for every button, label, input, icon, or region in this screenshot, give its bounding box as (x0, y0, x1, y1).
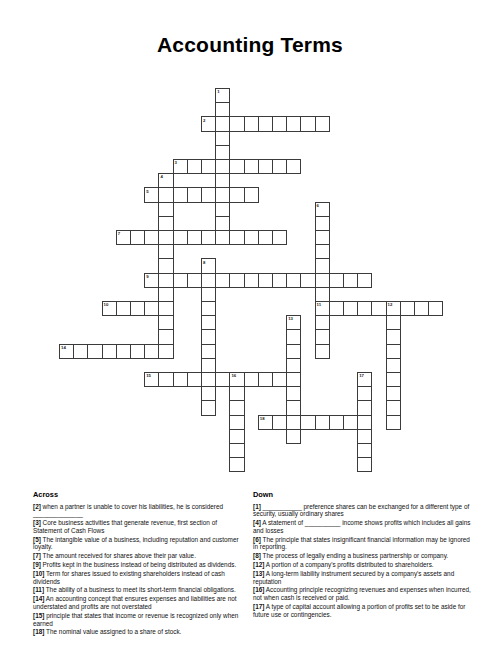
grid-cell-r13c13[interactable] (244, 273, 259, 288)
grid-cell-r23c21[interactable] (357, 415, 372, 430)
grid-cell-r23c18[interactable] (315, 415, 330, 430)
grid-cell-r5c16[interactable] (286, 159, 301, 174)
clue-across-10: [10] Term for shares issued to existing … (33, 570, 246, 586)
grid-cell-r10c5[interactable] (130, 230, 145, 245)
cell-number-10: 10 (104, 302, 109, 307)
grid-cell-r15c25[interactable] (414, 301, 429, 316)
clue-number-label: [7] (33, 552, 41, 559)
grid-cell-r18c18[interactable] (315, 344, 330, 359)
down-clue-list: [1] ___________ preference shares can be… (253, 503, 472, 619)
grid-cell-r7c9[interactable] (187, 187, 202, 202)
cell-number-17: 17 (359, 373, 364, 378)
clue-down-16: [16] Accounting principle recognizing re… (253, 586, 472, 602)
grid-cell-r3c11[interactable] (215, 131, 230, 146)
grid-cell-r21c12[interactable] (229, 386, 244, 401)
cell-number-12: 12 (388, 302, 393, 307)
clue-number-label: [17] (253, 603, 264, 610)
grid-cell-r18c2[interactable] (87, 344, 102, 359)
grid-cell-r20c7[interactable] (158, 372, 173, 387)
grid-cell-r22c21[interactable] (357, 400, 372, 415)
grid-cell-r5c14[interactable] (258, 159, 273, 174)
grid-cell-r11c18[interactable] (315, 244, 330, 259)
cell-number-6: 6 (317, 203, 319, 208)
grid-cell-r23c12[interactable] (229, 415, 244, 430)
grid-cell-r20c6[interactable]: 15 (144, 372, 159, 387)
grid-cell-r19c16[interactable] (286, 358, 301, 373)
grid-cell-r20c8[interactable] (173, 372, 188, 387)
cell-number-1: 1 (217, 89, 219, 94)
grid-cell-r13c16[interactable] (286, 273, 301, 288)
grid-cell-r7c7[interactable] (158, 187, 173, 202)
grid-cell-r21c16[interactable] (286, 386, 301, 401)
grid-cell-r23c16[interactable] (286, 415, 301, 430)
clue-number-label: [11] (33, 586, 44, 593)
grid-cell-r13c18[interactable] (315, 273, 330, 288)
grid-cell-r12c7[interactable] (158, 258, 173, 273)
grid-cell-r23c14[interactable]: 18 (258, 415, 273, 430)
grid-cell-r21c21[interactable] (357, 386, 372, 401)
grid-cell-r10c10[interactable] (201, 230, 216, 245)
grid-cell-r12c18[interactable] (315, 258, 330, 273)
grid-cell-r13c12[interactable] (229, 273, 244, 288)
grid-cell-r14c18[interactable] (315, 287, 330, 302)
grid-cell-r15c24[interactable] (400, 301, 415, 316)
grid-cell-r4c11[interactable] (215, 145, 230, 160)
grid-cell-r5c9[interactable] (187, 159, 202, 174)
grid-cell-r2c11[interactable] (215, 116, 230, 131)
grid-cell-r2c15[interactable] (272, 116, 287, 131)
grid-cell-r7c6[interactable]: 5 (144, 187, 159, 202)
grid-cell-r21c23[interactable] (386, 386, 401, 401)
clue-across-5: [5] The intangible value of a business, … (33, 536, 246, 552)
grid-cell-r17c10[interactable] (201, 329, 216, 344)
grid-cell-r7c8[interactable] (173, 187, 188, 202)
grid-cell-r23c19[interactable] (329, 415, 344, 430)
clue-number-label: [15] (33, 612, 44, 619)
clue-across-14: [14] An accounting concept that ensures … (33, 595, 246, 611)
grid-cell-r15c26[interactable] (428, 301, 443, 316)
grid-cell-r24c21[interactable] (357, 429, 372, 444)
grid-cell-r16c7[interactable] (158, 315, 173, 330)
grid-cell-r18c6[interactable] (144, 344, 159, 359)
grid-cell-r13c10[interactable] (201, 273, 216, 288)
grid-cell-r22c12[interactable] (229, 400, 244, 415)
grid-cell-r0c11[interactable]: 1 (215, 88, 230, 103)
grid-cell-r10c13[interactable] (244, 230, 259, 245)
grid-cell-r20c13[interactable] (244, 372, 259, 387)
grid-cell-r15c18[interactable]: 11 (315, 301, 330, 316)
clue-number-label: [3] (33, 519, 41, 526)
grid-cell-r15c23[interactable]: 12 (386, 301, 401, 316)
grid-cell-r15c4[interactable] (116, 301, 131, 316)
clue-number-label: [16] (253, 586, 264, 593)
cell-number-15: 15 (146, 373, 151, 378)
clue-number-label: [10] (33, 570, 44, 577)
grid-cell-r13c15[interactable] (272, 273, 287, 288)
clue-down-17: [17] A type of capital account allowing … (253, 603, 472, 619)
clue-across-15: [15] principle that states that income o… (33, 612, 246, 628)
grid-cell-r20c12[interactable]: 16 (229, 372, 244, 387)
grid-cell-r2c18[interactable] (315, 116, 330, 131)
grid-cell-r15c5[interactable] (130, 301, 145, 316)
grid-cell-r5c8[interactable]: 3 (173, 159, 188, 174)
across-clues-section: Across [2] when a partner is unable to c… (33, 490, 246, 637)
grid-cell-r12c10[interactable]: 8 (201, 258, 216, 273)
grid-cell-r23c23[interactable] (386, 415, 401, 430)
grid-cell-r10c7[interactable] (158, 230, 173, 245)
cell-number-13: 13 (288, 316, 293, 321)
grid-cell-r17c16[interactable] (286, 329, 301, 344)
grid-cell-r25c21[interactable] (357, 443, 372, 458)
grid-cell-r20c10[interactable] (201, 372, 216, 387)
grid-cell-r23c15[interactable] (272, 415, 287, 430)
grid-cell-r16c23[interactable] (386, 315, 401, 330)
grid-cell-r13c8[interactable] (173, 273, 188, 288)
grid-cell-r2c13[interactable] (244, 116, 259, 131)
grid-cell-r13c14[interactable] (258, 273, 273, 288)
clue-down-4: [4] A statement of __________ income sho… (253, 519, 472, 535)
clue-number-label: [6] (253, 536, 261, 543)
grid-cell-r18c23[interactable] (386, 344, 401, 359)
grid-cell-r26c21[interactable] (357, 457, 372, 472)
clue-number-label: [18] (33, 628, 44, 635)
grid-cell-r18c4[interactable] (116, 344, 131, 359)
grid-cell-r7c10[interactable] (201, 187, 216, 202)
cell-number-5: 5 (146, 189, 148, 194)
grid-cell-r2c12[interactable] (229, 116, 244, 131)
grid-cell-r9c11[interactable] (215, 216, 230, 231)
clue-number-label: [5] (33, 536, 41, 543)
grid-cell-r8c11[interactable] (215, 202, 230, 217)
clue-number-label: [1] (253, 503, 261, 510)
clue-down-8: [8] The process of legally ending a busi… (253, 552, 472, 560)
clue-across-18: [18] The nominal value assigned to a sha… (33, 628, 246, 636)
grid-cell-r5c12[interactable] (229, 159, 244, 174)
grid-cell-r17c18[interactable] (315, 329, 330, 344)
clue-down-6: [6] The principle that states insignific… (253, 536, 472, 552)
grid-cell-r2c10[interactable]: 2 (201, 116, 216, 131)
clue-across-9: [9] Profits kept in the business instead… (33, 561, 246, 569)
clue-number-label: [14] (33, 595, 44, 602)
grid-cell-r18c10[interactable] (201, 344, 216, 359)
grid-cell-r25c12[interactable] (229, 443, 244, 458)
grid-cell-r5c13[interactable] (244, 159, 259, 174)
grid-cell-r2c17[interactable] (300, 116, 315, 131)
clue-number-label: [8] (253, 552, 261, 559)
grid-cell-r10c18[interactable] (315, 230, 330, 245)
cell-number-2: 2 (203, 118, 205, 123)
clue-number-label: [9] (33, 561, 41, 568)
clue-number-label: [12] (253, 561, 264, 568)
grid-cell-r2c16[interactable] (286, 116, 301, 131)
clue-number-label: [2] (33, 503, 41, 510)
grid-cell-r18c0[interactable]: 14 (59, 344, 74, 359)
grid-cell-r23c17[interactable] (300, 415, 315, 430)
grid-cell-r5c11[interactable] (215, 159, 230, 174)
grid-cell-r17c23[interactable] (386, 329, 401, 344)
grid-cell-r9c7[interactable] (158, 216, 173, 231)
grid-cell-r22c10[interactable] (201, 400, 216, 415)
grid-cell-r19c10[interactable] (201, 358, 216, 373)
grid-cell-r20c15[interactable] (272, 372, 287, 387)
cell-number-16: 16 (231, 373, 236, 378)
grid-cell-r11c7[interactable] (158, 244, 173, 259)
grid-cell-r10c11[interactable] (215, 230, 230, 245)
across-clue-list: [2] when a partner is unable to cover hi… (33, 503, 246, 637)
grid-cell-r20c11[interactable] (215, 372, 230, 387)
cell-number-11: 11 (317, 302, 322, 307)
grid-cell-r15c20[interactable] (343, 301, 358, 316)
grid-cell-r10c8[interactable] (173, 230, 188, 245)
grid-cell-r22c23[interactable] (386, 400, 401, 415)
cell-number-14: 14 (61, 345, 66, 350)
grid-cell-r13c20[interactable] (343, 273, 358, 288)
grid-cell-r15c22[interactable] (371, 301, 386, 316)
grid-cell-r14c7[interactable] (158, 287, 173, 302)
grid-cell-r7c11[interactable] (215, 187, 230, 202)
cell-number-7: 7 (118, 231, 120, 236)
grid-cell-r20c16[interactable] (286, 372, 301, 387)
grid-cell-r15c3[interactable]: 10 (102, 301, 117, 316)
down-clues-section: Down [1] ___________ preference shares c… (253, 490, 472, 620)
grid-cell-r16c16[interactable]: 13 (286, 315, 301, 330)
grid-cell-r6c11[interactable] (215, 173, 230, 188)
grid-cell-r16c18[interactable] (315, 315, 330, 330)
cell-number-9: 9 (146, 274, 148, 279)
grid-cell-r10c12[interactable] (229, 230, 244, 245)
clue-across-11: [11] The ability of a business to meet i… (33, 586, 246, 594)
grid-cell-r18c1[interactable] (73, 344, 88, 359)
grid-cell-r10c6[interactable] (144, 230, 159, 245)
page-title: Accounting Terms (0, 33, 500, 57)
grid-cell-r18c16[interactable] (286, 344, 301, 359)
grid-cell-r10c4[interactable]: 7 (116, 230, 131, 245)
grid-cell-r26c12[interactable] (229, 457, 244, 472)
clue-down-12: [12] A portion of a company's profits di… (253, 561, 472, 569)
cell-number-8: 8 (203, 260, 205, 265)
grid-cell-r14c10[interactable] (201, 287, 216, 302)
grid-cell-r10c9[interactable] (187, 230, 202, 245)
grid-cell-r8c7[interactable] (158, 202, 173, 217)
cell-number-4: 4 (160, 174, 162, 179)
grid-cell-r10c14[interactable] (258, 230, 273, 245)
cell-number-3: 3 (175, 160, 177, 165)
grid-cell-r17c7[interactable] (158, 329, 173, 344)
grid-cell-r7c12[interactable] (229, 187, 244, 202)
grid-cell-r13c17[interactable] (300, 273, 315, 288)
clue-across-3: [3] Core business activities that genera… (33, 519, 246, 535)
grid-cell-r13c7[interactable] (158, 273, 173, 288)
grid-cell-r23c20[interactable] (343, 415, 358, 430)
grid-cell-r13c21[interactable] (357, 273, 372, 288)
grid-cell-r7c13[interactable] (244, 187, 259, 202)
down-header: Down (253, 490, 472, 499)
grid-cell-r15c19[interactable] (329, 301, 344, 316)
grid-cell-r9c18[interactable] (315, 216, 330, 231)
grid-cell-r15c6[interactable] (144, 301, 159, 316)
grid-cell-r21c10[interactable] (201, 386, 216, 401)
grid-cell-r15c7[interactable] (158, 301, 173, 316)
grid-cell-r20c14[interactable] (258, 372, 273, 387)
grid-cell-r24c12[interactable] (229, 429, 244, 444)
grid-cell-r5c15[interactable] (272, 159, 287, 174)
grid-cell-r1c11[interactable] (215, 102, 230, 117)
grid-cell-r2c14[interactable] (258, 116, 273, 131)
cell-number-18: 18 (260, 416, 265, 421)
grid-cell-r5c10[interactable] (201, 159, 216, 174)
grid-cell-r20c9[interactable] (187, 372, 202, 387)
grid-cell-r20c23[interactable] (386, 372, 401, 387)
grid-cell-r13c19[interactable] (329, 273, 344, 288)
clue-number-label: [13] (253, 570, 264, 577)
grid-cell-r18c5[interactable] (130, 344, 145, 359)
grid-cell-r6c7[interactable]: 4 (158, 173, 173, 188)
grid-cell-r8c18[interactable]: 6 (315, 202, 330, 217)
grid-cell-r22c16[interactable] (286, 400, 301, 415)
grid-cell-r18c3[interactable] (102, 344, 117, 359)
grid-cell-r13c11[interactable] (215, 273, 230, 288)
grid-cell-r13c6[interactable]: 9 (144, 273, 159, 288)
grid-cell-r18c7[interactable] (158, 344, 173, 359)
clue-down-13: [13] A long-term liability instrument se… (253, 570, 472, 586)
grid-cell-r20c21[interactable]: 17 (357, 372, 372, 387)
grid-cell-r16c10[interactable] (201, 315, 216, 330)
clue-across-2: [2] when a partner is unable to cover hi… (33, 503, 246, 519)
clue-number-label: [4] (253, 519, 261, 526)
grid-cell-r10c15[interactable] (272, 230, 287, 245)
across-header: Across (33, 490, 246, 499)
grid-cell-r15c10[interactable] (201, 301, 216, 316)
grid-cell-r24c16[interactable] (286, 429, 301, 444)
grid-cell-r19c23[interactable] (386, 358, 401, 373)
grid-cell-r13c9[interactable] (187, 273, 202, 288)
grid-cell-r15c21[interactable] (357, 301, 372, 316)
clue-across-7: [7] The amount received for shares above… (33, 552, 246, 560)
clue-down-1: [1] ___________ preference shares can be… (253, 503, 472, 519)
